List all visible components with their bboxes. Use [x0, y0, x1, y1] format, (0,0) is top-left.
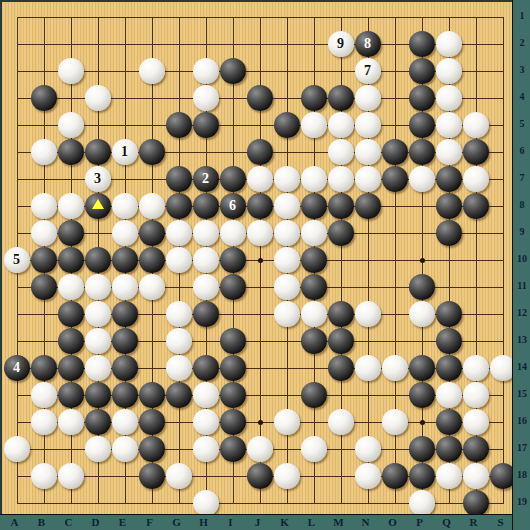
white-stone[interactable]: [31, 382, 57, 408]
black-stone[interactable]: [220, 58, 246, 84]
black-stone[interactable]: [301, 247, 327, 273]
black-stone[interactable]: [301, 382, 327, 408]
white-stone[interactable]: [247, 220, 273, 246]
black-stone[interactable]: [409, 463, 435, 489]
white-stone[interactable]: [436, 112, 462, 138]
move-number-label: 6: [229, 199, 236, 213]
black-stone[interactable]: [58, 382, 84, 408]
column-label: R: [470, 516, 478, 528]
row-label: 7: [520, 172, 525, 183]
white-stone[interactable]: [301, 220, 327, 246]
white-stone[interactable]: [112, 436, 138, 462]
row-label: 8: [520, 199, 525, 210]
black-stone[interactable]: [58, 139, 84, 165]
white-stone[interactable]: [85, 85, 111, 111]
white-stone[interactable]: [58, 58, 84, 84]
column-coordinates-strip: ABCDEFGHIJKLMNOPQRS: [0, 514, 512, 530]
black-stone[interactable]: [112, 301, 138, 327]
white-stone[interactable]: [274, 409, 300, 435]
black-stone[interactable]: [328, 355, 354, 381]
row-label: 5: [520, 118, 525, 129]
black-stone[interactable]: [328, 85, 354, 111]
white-stone[interactable]: [193, 247, 219, 273]
white-stone[interactable]: [166, 463, 192, 489]
black-stone[interactable]: [274, 112, 300, 138]
white-stone[interactable]: [355, 463, 381, 489]
move-number-label: 8: [364, 37, 371, 51]
black-stone[interactable]: [409, 139, 435, 165]
white-stone[interactable]: [355, 85, 381, 111]
black-stone[interactable]: [436, 409, 462, 435]
black-stone[interactable]: [247, 193, 273, 219]
star-point: [420, 258, 425, 263]
row-label: 11: [517, 280, 526, 291]
black-stone[interactable]: [166, 193, 192, 219]
white-stone[interactable]: [31, 463, 57, 489]
column-label: P: [416, 516, 423, 528]
column-label: G: [172, 516, 181, 528]
row-label: 14: [517, 361, 527, 372]
black-stone[interactable]: [355, 193, 381, 219]
white-stone[interactable]: [31, 139, 57, 165]
column-label: E: [119, 516, 126, 528]
black-stone[interactable]: [328, 193, 354, 219]
black-stone[interactable]: [85, 247, 111, 273]
white-stone[interactable]: [436, 463, 462, 489]
white-stone[interactable]: [166, 220, 192, 246]
black-stone[interactable]: [166, 112, 192, 138]
black-stone[interactable]: [166, 382, 192, 408]
black-stone[interactable]: [463, 436, 489, 462]
star-point: [258, 420, 263, 425]
white-stone[interactable]: [193, 220, 219, 246]
white-stone[interactable]: [301, 166, 327, 192]
white-stone[interactable]: [166, 301, 192, 327]
white-stone[interactable]: [463, 463, 489, 489]
black-stone[interactable]: [301, 85, 327, 111]
white-stone[interactable]: [112, 274, 138, 300]
black-stone[interactable]: [409, 58, 435, 84]
white-stone[interactable]: [436, 85, 462, 111]
black-stone[interactable]: [193, 112, 219, 138]
black-stone[interactable]: [328, 220, 354, 246]
white-stone[interactable]: [301, 436, 327, 462]
black-stone[interactable]: [112, 382, 138, 408]
black-stone[interactable]: [58, 328, 84, 354]
black-stone[interactable]: [220, 328, 246, 354]
white-stone[interactable]: [139, 274, 165, 300]
grid-line-vertical: [503, 17, 504, 504]
black-stone[interactable]: [463, 490, 489, 516]
white-stone[interactable]: [274, 274, 300, 300]
column-label: J: [255, 516, 261, 528]
black-stone[interactable]: [382, 463, 408, 489]
black-stone[interactable]: [301, 193, 327, 219]
white-stone[interactable]: [274, 301, 300, 327]
black-stone[interactable]: [193, 355, 219, 381]
black-stone[interactable]: [166, 166, 192, 192]
white-stone[interactable]: 1: [112, 139, 138, 165]
white-stone[interactable]: [355, 436, 381, 462]
white-stone[interactable]: [31, 409, 57, 435]
white-stone[interactable]: [166, 247, 192, 273]
move-number-label: 9: [337, 37, 344, 51]
black-stone[interactable]: [409, 31, 435, 57]
black-stone[interactable]: [328, 328, 354, 354]
black-stone[interactable]: [85, 382, 111, 408]
white-stone[interactable]: [193, 274, 219, 300]
black-stone[interactable]: [112, 247, 138, 273]
white-stone[interactable]: [463, 112, 489, 138]
black-stone[interactable]: [436, 301, 462, 327]
row-label: 13: [517, 334, 527, 345]
white-stone[interactable]: [247, 166, 273, 192]
black-stone[interactable]: [436, 355, 462, 381]
black-stone[interactable]: [247, 139, 273, 165]
black-stone[interactable]: [409, 436, 435, 462]
white-stone[interactable]: [274, 463, 300, 489]
column-label: S: [497, 516, 503, 528]
white-stone[interactable]: [31, 193, 57, 219]
white-stone[interactable]: [220, 220, 246, 246]
column-label: D: [92, 516, 100, 528]
row-label: 12: [517, 307, 527, 318]
white-stone[interactable]: [436, 382, 462, 408]
black-stone[interactable]: [382, 166, 408, 192]
black-stone[interactable]: [31, 355, 57, 381]
black-stone[interactable]: [247, 463, 273, 489]
black-stone[interactable]: [193, 193, 219, 219]
black-stone[interactable]: [436, 436, 462, 462]
white-stone[interactable]: [274, 166, 300, 192]
row-label: 2: [520, 37, 525, 48]
column-label: C: [65, 516, 73, 528]
white-stone[interactable]: [301, 112, 327, 138]
black-stone[interactable]: [85, 409, 111, 435]
star-point: [420, 420, 425, 425]
black-stone[interactable]: [85, 139, 111, 165]
white-stone[interactable]: [436, 58, 462, 84]
column-label: N: [362, 516, 370, 528]
column-label: I: [228, 516, 232, 528]
black-stone[interactable]: [409, 112, 435, 138]
black-stone[interactable]: [220, 382, 246, 408]
white-stone[interactable]: [274, 247, 300, 273]
white-stone[interactable]: [463, 409, 489, 435]
white-stone[interactable]: 3: [85, 166, 111, 192]
black-stone[interactable]: [409, 274, 435, 300]
black-stone[interactable]: [436, 193, 462, 219]
black-stone[interactable]: [31, 85, 57, 111]
white-stone[interactable]: [166, 328, 192, 354]
white-stone[interactable]: [85, 436, 111, 462]
row-label: 4: [520, 91, 525, 102]
black-stone[interactable]: [409, 85, 435, 111]
black-stone[interactable]: 4: [4, 355, 30, 381]
black-stone[interactable]: [463, 193, 489, 219]
white-stone[interactable]: [274, 220, 300, 246]
move-number-label: 1: [121, 145, 128, 159]
white-stone[interactable]: [436, 139, 462, 165]
white-stone[interactable]: [85, 328, 111, 354]
black-stone[interactable]: [463, 139, 489, 165]
white-stone[interactable]: [166, 355, 192, 381]
white-stone[interactable]: [355, 301, 381, 327]
black-stone[interactable]: [139, 463, 165, 489]
black-stone[interactable]: [220, 355, 246, 381]
white-stone[interactable]: [436, 31, 462, 57]
black-stone[interactable]: 2: [193, 166, 219, 192]
white-stone[interactable]: [58, 112, 84, 138]
row-label: 6: [520, 145, 525, 156]
row-label: 10: [517, 253, 527, 264]
white-stone[interactable]: [355, 166, 381, 192]
move-number-label: 2: [202, 172, 209, 186]
white-stone[interactable]: 5: [4, 247, 30, 273]
white-stone[interactable]: [328, 166, 354, 192]
white-stone[interactable]: [85, 301, 111, 327]
go-board[interactable]: 987132654: [0, 0, 512, 514]
column-label: F: [146, 516, 153, 528]
row-coordinates-strip: 12345678910111213141516171819: [512, 0, 530, 530]
move-number-label: 7: [364, 64, 371, 78]
white-stone[interactable]: [355, 355, 381, 381]
black-stone[interactable]: [139, 220, 165, 246]
black-stone[interactable]: [58, 301, 84, 327]
white-stone[interactable]: [193, 58, 219, 84]
black-stone[interactable]: [436, 220, 462, 246]
black-stone[interactable]: [85, 193, 111, 219]
white-stone[interactable]: [85, 274, 111, 300]
white-stone[interactable]: [193, 490, 219, 516]
white-stone[interactable]: [328, 112, 354, 138]
white-stone[interactable]: [328, 409, 354, 435]
white-stone[interactable]: [193, 85, 219, 111]
row-label: 19: [517, 496, 527, 507]
move-number-label: 4: [13, 361, 20, 375]
black-stone[interactable]: [436, 328, 462, 354]
white-stone[interactable]: [382, 409, 408, 435]
white-stone[interactable]: [409, 166, 435, 192]
row-label: 18: [517, 469, 527, 480]
white-stone[interactable]: [112, 409, 138, 435]
white-stone[interactable]: [301, 301, 327, 327]
go-app-screen: 987132654 12345678910111213141516171819 …: [0, 0, 530, 530]
white-stone[interactable]: [193, 436, 219, 462]
black-stone[interactable]: [112, 328, 138, 354]
column-label: K: [280, 516, 289, 528]
triangle-mark-icon: [92, 199, 104, 209]
column-label: B: [38, 516, 45, 528]
white-stone[interactable]: [4, 436, 30, 462]
column-label: O: [388, 516, 397, 528]
white-stone[interactable]: [112, 193, 138, 219]
star-point: [258, 258, 263, 263]
black-stone[interactable]: [328, 301, 354, 327]
white-stone[interactable]: [58, 409, 84, 435]
black-stone[interactable]: 6: [220, 193, 246, 219]
black-stone[interactable]: [31, 247, 57, 273]
black-stone[interactable]: [58, 355, 84, 381]
row-label: 16: [517, 415, 527, 426]
move-number-label: 3: [94, 172, 101, 186]
white-stone[interactable]: [193, 409, 219, 435]
row-label: 9: [520, 226, 525, 237]
column-label: Q: [442, 516, 451, 528]
white-stone[interactable]: [58, 463, 84, 489]
black-stone[interactable]: [436, 166, 462, 192]
column-label: H: [199, 516, 208, 528]
white-stone[interactable]: 9: [328, 31, 354, 57]
black-stone[interactable]: [31, 274, 57, 300]
white-stone[interactable]: [58, 193, 84, 219]
white-stone[interactable]: [139, 193, 165, 219]
row-label: 1: [520, 10, 525, 21]
white-stone[interactable]: [463, 382, 489, 408]
white-stone[interactable]: [328, 139, 354, 165]
white-stone[interactable]: [409, 301, 435, 327]
row-label: 3: [520, 64, 525, 75]
white-stone[interactable]: [112, 220, 138, 246]
black-stone[interactable]: [220, 274, 246, 300]
white-stone[interactable]: [355, 139, 381, 165]
black-stone[interactable]: [409, 382, 435, 408]
black-stone[interactable]: [139, 409, 165, 435]
black-stone[interactable]: [139, 247, 165, 273]
white-stone[interactable]: [139, 58, 165, 84]
white-stone[interactable]: [58, 274, 84, 300]
white-stone[interactable]: [409, 490, 435, 516]
black-stone[interactable]: [409, 355, 435, 381]
black-stone[interactable]: [112, 355, 138, 381]
column-label: L: [308, 516, 315, 528]
black-stone[interactable]: [220, 436, 246, 462]
black-stone[interactable]: [193, 301, 219, 327]
black-stone[interactable]: [220, 166, 246, 192]
black-stone[interactable]: 8: [355, 31, 381, 57]
row-label: 17: [517, 442, 527, 453]
column-label: A: [11, 516, 19, 528]
black-stone[interactable]: [301, 274, 327, 300]
white-stone[interactable]: [247, 436, 273, 462]
black-stone[interactable]: [58, 220, 84, 246]
black-stone[interactable]: [58, 247, 84, 273]
black-stone[interactable]: [382, 139, 408, 165]
black-stone[interactable]: [301, 328, 327, 354]
white-stone[interactable]: [31, 220, 57, 246]
move-number-label: 5: [13, 253, 20, 267]
column-label: M: [333, 516, 343, 528]
black-stone[interactable]: [139, 139, 165, 165]
white-stone[interactable]: [355, 112, 381, 138]
white-stone[interactable]: [85, 355, 111, 381]
row-label: 15: [517, 388, 527, 399]
white-stone[interactable]: [274, 193, 300, 219]
white-stone[interactable]: [193, 382, 219, 408]
black-stone[interactable]: [139, 436, 165, 462]
white-stone[interactable]: [463, 355, 489, 381]
black-stone[interactable]: [247, 85, 273, 111]
black-stone[interactable]: [139, 382, 165, 408]
white-stone[interactable]: [463, 166, 489, 192]
white-stone[interactable]: 7: [355, 58, 381, 84]
black-stone[interactable]: [220, 247, 246, 273]
white-stone[interactable]: [382, 355, 408, 381]
black-stone[interactable]: [220, 409, 246, 435]
